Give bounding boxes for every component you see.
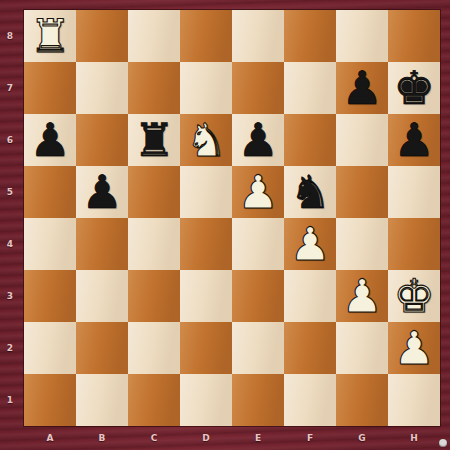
- square-f7[interactable]: [284, 62, 336, 114]
- square-b8[interactable]: [76, 10, 128, 62]
- white-pawn[interactable]: ♟: [336, 270, 388, 322]
- rank-label-1: 1: [0, 374, 20, 426]
- square-f3[interactable]: [284, 270, 336, 322]
- file-label-g: G: [336, 428, 388, 450]
- square-e5[interactable]: ♟: [232, 166, 284, 218]
- white-pawn[interactable]: ♟: [232, 166, 284, 218]
- square-f6[interactable]: [284, 114, 336, 166]
- square-d6[interactable]: ♞: [180, 114, 232, 166]
- black-pawn[interactable]: ♟: [232, 114, 284, 166]
- square-e4[interactable]: [232, 218, 284, 270]
- square-e2[interactable]: [232, 322, 284, 374]
- square-d1[interactable]: [180, 374, 232, 426]
- square-h2[interactable]: ♟: [388, 322, 440, 374]
- rank-label-5: 5: [0, 166, 20, 218]
- white-knight[interactable]: ♞: [180, 114, 232, 166]
- square-b7[interactable]: [76, 62, 128, 114]
- rank-label-3: 3: [0, 270, 20, 322]
- file-label-f: F: [284, 428, 336, 450]
- square-d8[interactable]: [180, 10, 232, 62]
- square-a2[interactable]: [24, 322, 76, 374]
- rank-label-4: 4: [0, 218, 20, 270]
- square-h1[interactable]: [388, 374, 440, 426]
- rank-label-6: 6: [0, 114, 20, 166]
- square-g6[interactable]: [336, 114, 388, 166]
- square-d4[interactable]: [180, 218, 232, 270]
- square-h5[interactable]: [388, 166, 440, 218]
- square-h8[interactable]: [388, 10, 440, 62]
- file-label-e: E: [232, 428, 284, 450]
- square-h3[interactable]: ♚: [388, 270, 440, 322]
- rank-label-2: 2: [0, 322, 20, 374]
- black-knight[interactable]: ♞: [284, 166, 336, 218]
- square-b2[interactable]: [76, 322, 128, 374]
- square-f4[interactable]: ♟: [284, 218, 336, 270]
- square-c5[interactable]: [128, 166, 180, 218]
- black-rook[interactable]: ♜: [128, 114, 180, 166]
- square-g1[interactable]: [336, 374, 388, 426]
- square-c6[interactable]: ♜: [128, 114, 180, 166]
- square-c4[interactable]: [128, 218, 180, 270]
- square-g4[interactable]: [336, 218, 388, 270]
- rank-label-8: 8: [0, 10, 20, 62]
- square-a3[interactable]: [24, 270, 76, 322]
- square-h7[interactable]: ♚: [388, 62, 440, 114]
- square-h4[interactable]: [388, 218, 440, 270]
- square-d2[interactable]: [180, 322, 232, 374]
- file-label-b: B: [76, 428, 128, 450]
- file-label-d: D: [180, 428, 232, 450]
- square-b3[interactable]: [76, 270, 128, 322]
- square-a1[interactable]: [24, 374, 76, 426]
- file-label-a: A: [24, 428, 76, 450]
- rank-label-7: 7: [0, 62, 20, 114]
- square-b1[interactable]: [76, 374, 128, 426]
- square-d3[interactable]: [180, 270, 232, 322]
- square-g2[interactable]: [336, 322, 388, 374]
- file-label-h: H: [388, 428, 440, 450]
- square-b6[interactable]: [76, 114, 128, 166]
- square-a4[interactable]: [24, 218, 76, 270]
- black-king[interactable]: ♚: [388, 62, 440, 114]
- chess-board-frame: ♜♟♚♟♜♞♟♟♟♟♞♟♟♚♟ 87654321 ABCDEFGH: [0, 0, 450, 450]
- square-b4[interactable]: [76, 218, 128, 270]
- square-f8[interactable]: [284, 10, 336, 62]
- square-g7[interactable]: ♟: [336, 62, 388, 114]
- file-label-c: C: [128, 428, 180, 450]
- white-rook[interactable]: ♜: [24, 10, 76, 62]
- square-f1[interactable]: [284, 374, 336, 426]
- square-e3[interactable]: [232, 270, 284, 322]
- square-a6[interactable]: ♟: [24, 114, 76, 166]
- square-f5[interactable]: ♞: [284, 166, 336, 218]
- black-pawn[interactable]: ♟: [388, 114, 440, 166]
- side-to-move-indicator: [439, 439, 447, 447]
- square-c1[interactable]: [128, 374, 180, 426]
- square-f2[interactable]: [284, 322, 336, 374]
- square-b5[interactable]: ♟: [76, 166, 128, 218]
- square-c3[interactable]: [128, 270, 180, 322]
- square-e6[interactable]: ♟: [232, 114, 284, 166]
- white-pawn[interactable]: ♟: [284, 218, 336, 270]
- square-g5[interactable]: [336, 166, 388, 218]
- square-g3[interactable]: ♟: [336, 270, 388, 322]
- square-h6[interactable]: ♟: [388, 114, 440, 166]
- black-pawn[interactable]: ♟: [24, 114, 76, 166]
- square-c8[interactable]: [128, 10, 180, 62]
- square-d7[interactable]: [180, 62, 232, 114]
- square-d5[interactable]: [180, 166, 232, 218]
- square-e1[interactable]: [232, 374, 284, 426]
- square-a7[interactable]: [24, 62, 76, 114]
- square-e8[interactable]: [232, 10, 284, 62]
- black-pawn[interactable]: ♟: [336, 62, 388, 114]
- square-a5[interactable]: [24, 166, 76, 218]
- black-pawn[interactable]: ♟: [76, 166, 128, 218]
- square-e7[interactable]: [232, 62, 284, 114]
- square-c2[interactable]: [128, 322, 180, 374]
- square-a8[interactable]: ♜: [24, 10, 76, 62]
- white-pawn[interactable]: ♟: [388, 322, 440, 374]
- square-c7[interactable]: [128, 62, 180, 114]
- white-king[interactable]: ♚: [388, 270, 440, 322]
- chess-board: ♜♟♚♟♜♞♟♟♟♟♞♟♟♚♟: [24, 10, 440, 426]
- square-g8[interactable]: [336, 10, 388, 62]
